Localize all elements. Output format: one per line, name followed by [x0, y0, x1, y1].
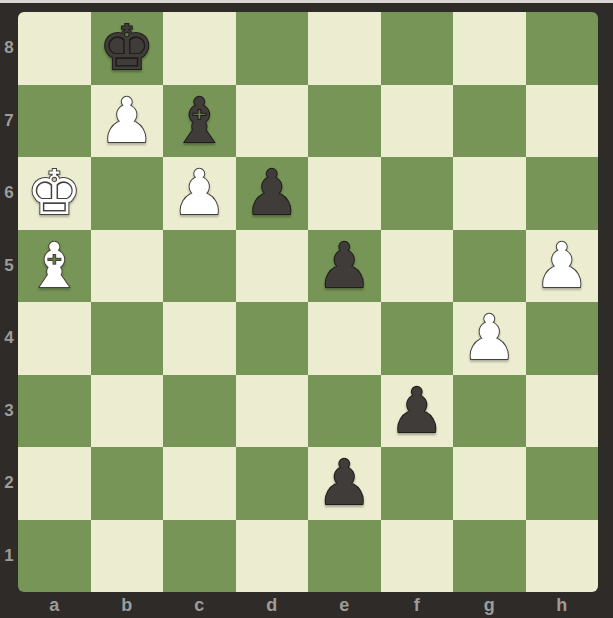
square-g5[interactable] — [453, 230, 526, 303]
square-h5[interactable]: ♟ — [526, 230, 599, 303]
black-pawn-e5[interactable]: ♟ — [316, 235, 372, 297]
square-d7[interactable] — [236, 85, 309, 158]
rank-label-8: 8 — [0, 12, 18, 85]
square-c5[interactable] — [163, 230, 236, 303]
square-g3[interactable] — [453, 375, 526, 448]
square-a8[interactable] — [18, 12, 91, 85]
black-king-b8[interactable]: ♚ — [99, 17, 155, 79]
square-c1[interactable] — [163, 520, 236, 593]
square-g2[interactable] — [453, 447, 526, 520]
square-b8[interactable]: ♚ — [91, 12, 164, 85]
square-c7[interactable]: ♝ — [163, 85, 236, 158]
square-e3[interactable] — [308, 375, 381, 448]
square-f3[interactable]: ♟ — [381, 375, 454, 448]
square-c3[interactable] — [163, 375, 236, 448]
square-f7[interactable] — [381, 85, 454, 158]
square-d8[interactable] — [236, 12, 309, 85]
square-h6[interactable] — [526, 157, 599, 230]
square-g7[interactable] — [453, 85, 526, 158]
square-g4[interactable]: ♟ — [453, 302, 526, 375]
square-h2[interactable] — [526, 447, 599, 520]
square-a3[interactable] — [18, 375, 91, 448]
square-e2[interactable]: ♟ — [308, 447, 381, 520]
file-label-d: d — [236, 592, 309, 618]
square-a7[interactable] — [18, 85, 91, 158]
square-f2[interactable] — [381, 447, 454, 520]
white-pawn-b7[interactable]: ♟ — [99, 90, 155, 152]
square-d4[interactable] — [236, 302, 309, 375]
square-f8[interactable] — [381, 12, 454, 85]
square-e7[interactable] — [308, 85, 381, 158]
black-pawn-f3[interactable]: ♟ — [389, 380, 445, 442]
square-g6[interactable] — [453, 157, 526, 230]
square-a4[interactable] — [18, 302, 91, 375]
rank-label-7: 7 — [0, 85, 18, 158]
square-b3[interactable] — [91, 375, 164, 448]
square-e1[interactable] — [308, 520, 381, 593]
white-pawn-h5[interactable]: ♟ — [534, 235, 590, 297]
square-b2[interactable] — [91, 447, 164, 520]
white-pawn-c6[interactable]: ♟ — [171, 162, 227, 224]
file-label-e: e — [308, 592, 381, 618]
rank-label-2: 2 — [0, 447, 18, 520]
square-d5[interactable] — [236, 230, 309, 303]
square-h1[interactable] — [526, 520, 599, 593]
rank-label-6: 6 — [0, 157, 18, 230]
square-g1[interactable] — [453, 520, 526, 593]
white-king-a6[interactable]: ♚ — [26, 162, 82, 224]
square-e6[interactable] — [308, 157, 381, 230]
black-bishop-c7[interactable]: ♝ — [171, 90, 227, 152]
white-pawn-g4[interactable]: ♟ — [461, 307, 517, 369]
square-c8[interactable] — [163, 12, 236, 85]
file-labels: abcdefgh — [18, 592, 598, 618]
square-d3[interactable] — [236, 375, 309, 448]
square-c6[interactable]: ♟ — [163, 157, 236, 230]
black-pawn-e2[interactable]: ♟ — [316, 452, 372, 514]
square-d6[interactable]: ♟ — [236, 157, 309, 230]
file-label-c: c — [163, 592, 236, 618]
square-f6[interactable] — [381, 157, 454, 230]
square-e8[interactable] — [308, 12, 381, 85]
black-pawn-d6[interactable]: ♟ — [244, 162, 300, 224]
square-b7[interactable]: ♟ — [91, 85, 164, 158]
square-h3[interactable] — [526, 375, 599, 448]
square-c4[interactable] — [163, 302, 236, 375]
square-b1[interactable] — [91, 520, 164, 593]
file-label-a: a — [18, 592, 91, 618]
square-a2[interactable] — [18, 447, 91, 520]
square-a1[interactable] — [18, 520, 91, 593]
chess-board[interactable]: ♚♟♝♚♟♟♝♟♟♟♟♟ — [18, 12, 598, 592]
square-d2[interactable] — [236, 447, 309, 520]
square-h4[interactable] — [526, 302, 599, 375]
rank-label-4: 4 — [0, 302, 18, 375]
rank-labels: 87654321 — [0, 12, 18, 592]
square-f5[interactable] — [381, 230, 454, 303]
file-label-h: h — [526, 592, 599, 618]
rank-label-1: 1 — [0, 520, 18, 593]
square-h8[interactable] — [526, 12, 599, 85]
top-edge-strip — [0, 0, 613, 3]
rank-label-5: 5 — [0, 230, 18, 303]
square-b6[interactable] — [91, 157, 164, 230]
white-bishop-a5[interactable]: ♝ — [26, 235, 82, 297]
square-f4[interactable] — [381, 302, 454, 375]
square-c2[interactable] — [163, 447, 236, 520]
square-g8[interactable] — [453, 12, 526, 85]
square-a6[interactable]: ♚ — [18, 157, 91, 230]
file-label-f: f — [381, 592, 454, 618]
square-h7[interactable] — [526, 85, 599, 158]
square-b4[interactable] — [91, 302, 164, 375]
square-a5[interactable]: ♝ — [18, 230, 91, 303]
file-label-b: b — [91, 592, 164, 618]
square-e5[interactable]: ♟ — [308, 230, 381, 303]
square-e4[interactable] — [308, 302, 381, 375]
square-f1[interactable] — [381, 520, 454, 593]
file-label-g: g — [453, 592, 526, 618]
square-d1[interactable] — [236, 520, 309, 593]
rank-label-3: 3 — [0, 375, 18, 448]
square-b5[interactable] — [91, 230, 164, 303]
